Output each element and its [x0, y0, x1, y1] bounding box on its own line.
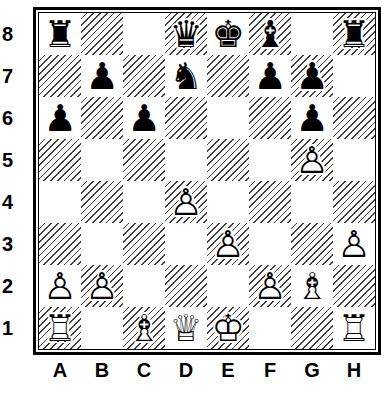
- square-b1[interactable]: [81, 307, 123, 349]
- file-label-b: B: [81, 359, 123, 382]
- piece-halo: ♟: [249, 55, 291, 97]
- square-f4[interactable]: [249, 181, 291, 223]
- square-e1[interactable]: ♚♔: [207, 307, 249, 349]
- square-a8[interactable]: ♜♜: [39, 13, 81, 55]
- square-f6[interactable]: [249, 97, 291, 139]
- rank-label-4: 4: [0, 181, 30, 223]
- square-d3[interactable]: [165, 223, 207, 265]
- file-label-g: G: [291, 359, 333, 382]
- square-c8[interactable]: [123, 13, 165, 55]
- piece-white-queen: ♕: [165, 307, 207, 349]
- file-labels: ABCDEFGH: [39, 359, 375, 382]
- square-d1[interactable]: ♛♕: [165, 307, 207, 349]
- piece-white-rook: ♖: [39, 307, 81, 349]
- piece-halo: ♞: [165, 55, 207, 97]
- square-e6[interactable]: [207, 97, 249, 139]
- piece-black-rook: ♜: [39, 13, 81, 55]
- square-d2[interactable]: [165, 265, 207, 307]
- piece-halo: ♝: [291, 265, 333, 307]
- piece-black-rook: ♜: [333, 13, 375, 55]
- piece-halo: ♜: [39, 13, 81, 55]
- square-g3[interactable]: [291, 223, 333, 265]
- chess-diagram: 87654321 ♜♜♛♛♚♚♝♝♜♜♟♟♞♞♟♟♟♟♟♟♟♟♟♟♟♙♟♙♟♙♟…: [0, 0, 387, 394]
- piece-white-rook: ♖: [333, 307, 375, 349]
- piece-black-queen: ♛: [165, 13, 207, 55]
- board-border: ♜♜♛♛♚♚♝♝♜♜♟♟♞♞♟♟♟♟♟♟♟♟♟♟♟♙♟♙♟♙♟♙♟♙♟♙♟♙♝♗…: [33, 7, 381, 355]
- rank-label-1: 1: [0, 307, 30, 349]
- piece-black-pawn: ♟: [291, 97, 333, 139]
- square-b2[interactable]: ♟♙: [81, 265, 123, 307]
- piece-white-bishop: ♗: [123, 307, 165, 349]
- rank-label-3: 3: [0, 223, 30, 265]
- square-e3[interactable]: ♟♙: [207, 223, 249, 265]
- square-h4[interactable]: [333, 181, 375, 223]
- square-f7[interactable]: ♟♟: [249, 55, 291, 97]
- piece-halo: ♚: [207, 13, 249, 55]
- square-d5[interactable]: [165, 139, 207, 181]
- square-c6[interactable]: ♟♟: [123, 97, 165, 139]
- square-d6[interactable]: [165, 97, 207, 139]
- square-a4[interactable]: [39, 181, 81, 223]
- rank-label-6: 6: [0, 97, 30, 139]
- square-h8[interactable]: ♜♜: [333, 13, 375, 55]
- square-a7[interactable]: [39, 55, 81, 97]
- piece-white-pawn: ♙: [291, 139, 333, 181]
- square-b6[interactable]: [81, 97, 123, 139]
- piece-halo: ♟: [81, 265, 123, 307]
- square-f5[interactable]: [249, 139, 291, 181]
- piece-black-pawn: ♟: [123, 97, 165, 139]
- square-f3[interactable]: [249, 223, 291, 265]
- square-h3[interactable]: ♟♙: [333, 223, 375, 265]
- square-g6[interactable]: ♟♟: [291, 97, 333, 139]
- piece-halo: ♚: [207, 307, 249, 349]
- square-b7[interactable]: ♟♟: [81, 55, 123, 97]
- square-c5[interactable]: [123, 139, 165, 181]
- square-g2[interactable]: ♝♗: [291, 265, 333, 307]
- piece-white-pawn: ♙: [207, 223, 249, 265]
- piece-halo: ♟: [207, 223, 249, 265]
- piece-halo: ♟: [249, 265, 291, 307]
- file-label-f: F: [249, 359, 291, 382]
- piece-halo: ♟: [39, 265, 81, 307]
- square-a6[interactable]: ♟♟: [39, 97, 81, 139]
- square-d7[interactable]: ♞♞: [165, 55, 207, 97]
- piece-white-pawn: ♙: [39, 265, 81, 307]
- square-h2[interactable]: [333, 265, 375, 307]
- square-e4[interactable]: [207, 181, 249, 223]
- piece-halo: ♝: [249, 13, 291, 55]
- piece-halo: ♟: [291, 97, 333, 139]
- piece-black-pawn: ♟: [39, 97, 81, 139]
- piece-white-king: ♔: [207, 307, 249, 349]
- square-e7[interactable]: [207, 55, 249, 97]
- piece-halo: ♟: [39, 97, 81, 139]
- rank-label-7: 7: [0, 55, 30, 97]
- rank-label-8: 8: [0, 13, 30, 55]
- square-a1[interactable]: ♜♖: [39, 307, 81, 349]
- square-h6[interactable]: [333, 97, 375, 139]
- square-c7[interactable]: [123, 55, 165, 97]
- square-d4[interactable]: ♟♙: [165, 181, 207, 223]
- square-f2[interactable]: ♟♙: [249, 265, 291, 307]
- square-b8[interactable]: [81, 13, 123, 55]
- square-h7[interactable]: [333, 55, 375, 97]
- square-g5[interactable]: ♟♙: [291, 139, 333, 181]
- file-label-d: D: [165, 359, 207, 382]
- piece-black-pawn: ♟: [291, 55, 333, 97]
- piece-halo: ♜: [333, 13, 375, 55]
- piece-black-knight: ♞: [165, 55, 207, 97]
- square-g1[interactable]: [291, 307, 333, 349]
- piece-halo: ♟: [291, 139, 333, 181]
- square-e5[interactable]: [207, 139, 249, 181]
- piece-halo: ♟: [165, 181, 207, 223]
- piece-black-pawn: ♟: [249, 55, 291, 97]
- piece-halo: ♟: [123, 97, 165, 139]
- rank-label-2: 2: [0, 265, 30, 307]
- piece-white-bishop: ♗: [291, 265, 333, 307]
- rank-labels: 87654321: [0, 13, 30, 349]
- piece-white-pawn: ♙: [81, 265, 123, 307]
- piece-black-king: ♚: [207, 13, 249, 55]
- piece-halo: ♜: [39, 307, 81, 349]
- square-g4[interactable]: [291, 181, 333, 223]
- square-c4[interactable]: [123, 181, 165, 223]
- piece-halo: ♟: [333, 223, 375, 265]
- piece-white-pawn: ♙: [249, 265, 291, 307]
- square-d8[interactable]: ♛♛: [165, 13, 207, 55]
- file-label-c: C: [123, 359, 165, 382]
- piece-white-pawn: ♙: [333, 223, 375, 265]
- square-h1[interactable]: ♜♖: [333, 307, 375, 349]
- file-label-a: A: [39, 359, 81, 382]
- square-f8[interactable]: ♝♝: [249, 13, 291, 55]
- piece-black-bishop: ♝: [249, 13, 291, 55]
- square-e2[interactable]: [207, 265, 249, 307]
- rank-label-5: 5: [0, 139, 30, 181]
- square-a3[interactable]: [39, 223, 81, 265]
- square-g7[interactable]: ♟♟: [291, 55, 333, 97]
- file-label-e: E: [207, 359, 249, 382]
- square-c3[interactable]: [123, 223, 165, 265]
- piece-halo: ♛: [165, 13, 207, 55]
- square-b3[interactable]: [81, 223, 123, 265]
- square-a5[interactable]: [39, 139, 81, 181]
- square-c1[interactable]: ♝♗: [123, 307, 165, 349]
- square-g8[interactable]: [291, 13, 333, 55]
- piece-white-pawn: ♙: [165, 181, 207, 223]
- board-inner-border: ♜♜♛♛♚♚♝♝♜♜♟♟♞♞♟♟♟♟♟♟♟♟♟♟♟♙♟♙♟♙♟♙♟♙♟♙♟♙♝♗…: [38, 12, 376, 350]
- chess-board: ♜♜♛♛♚♚♝♝♜♜♟♟♞♞♟♟♟♟♟♟♟♟♟♟♟♙♟♙♟♙♟♙♟♙♟♙♟♙♝♗…: [39, 13, 375, 349]
- square-b5[interactable]: [81, 139, 123, 181]
- square-a2[interactable]: ♟♙: [39, 265, 81, 307]
- piece-halo: ♟: [81, 55, 123, 97]
- piece-halo: ♟: [291, 55, 333, 97]
- square-e8[interactable]: ♚♚: [207, 13, 249, 55]
- piece-halo: ♛: [165, 307, 207, 349]
- piece-halo: ♜: [333, 307, 375, 349]
- square-h5[interactable]: [333, 139, 375, 181]
- square-c2[interactable]: [123, 265, 165, 307]
- square-f1[interactable]: [249, 307, 291, 349]
- piece-halo: ♝: [123, 307, 165, 349]
- piece-black-pawn: ♟: [81, 55, 123, 97]
- file-label-h: H: [333, 359, 375, 382]
- square-b4[interactable]: [81, 181, 123, 223]
